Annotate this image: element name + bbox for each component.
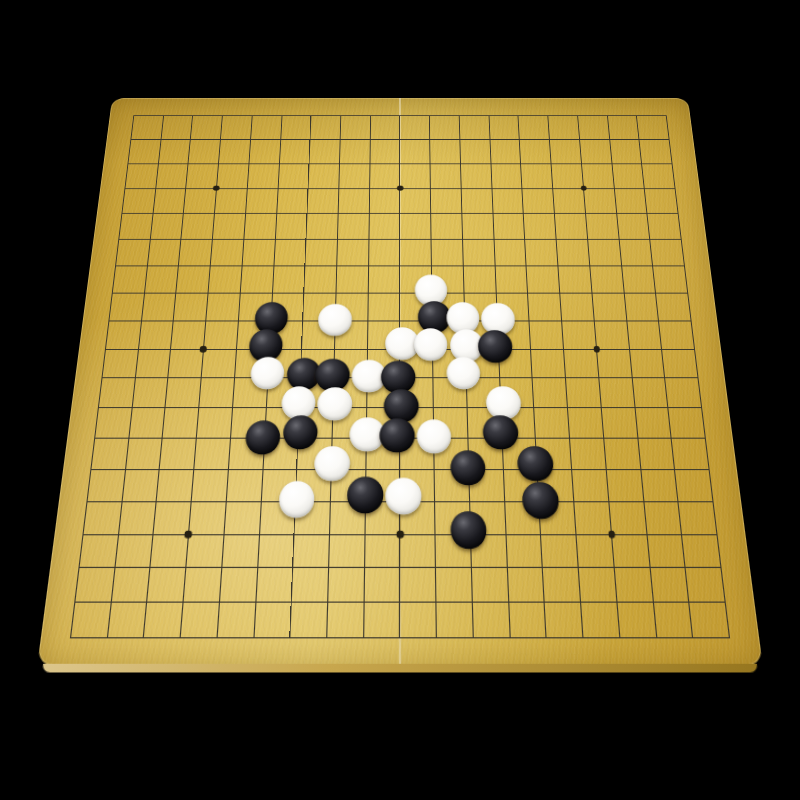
grid-cell — [575, 534, 613, 568]
grid-cell — [336, 265, 368, 292]
grid-cell — [110, 567, 149, 601]
grid-cell — [520, 163, 552, 188]
grid-cell — [130, 115, 162, 139]
grid-cell — [128, 139, 161, 163]
grid-cell — [587, 239, 621, 265]
grid-cell — [152, 188, 185, 213]
grid-cell — [649, 567, 688, 601]
grid-cell — [180, 602, 219, 637]
stone-white — [278, 481, 315, 517]
grid-cell — [253, 602, 291, 637]
grid-cell — [578, 567, 616, 601]
grid-cell — [276, 188, 308, 213]
grid-cell — [594, 320, 629, 348]
grid-cell — [640, 469, 678, 501]
grid-cell — [369, 163, 400, 188]
stone-black — [517, 446, 554, 481]
grid-cell — [681, 534, 720, 568]
photo-scene — [0, 0, 800, 800]
grid-cell — [306, 213, 338, 239]
grid-cell — [105, 320, 141, 348]
grid-cell — [547, 115, 578, 139]
star-point — [580, 185, 587, 190]
stone-black — [347, 477, 383, 513]
grid-cell — [589, 265, 623, 292]
grid-cell — [340, 115, 370, 139]
grid-cell — [460, 163, 491, 188]
grid-cell — [494, 265, 527, 292]
stone-black — [245, 420, 282, 455]
stone-white — [416, 419, 451, 454]
grid-cell — [183, 567, 221, 601]
stone-white — [314, 446, 350, 481]
stone-black — [282, 415, 318, 449]
grid-cell — [430, 213, 462, 239]
grid-cell — [618, 239, 652, 265]
grid-cell — [74, 567, 114, 601]
grid-cell — [569, 438, 605, 469]
grid-cell — [400, 213, 431, 239]
grid-cell — [153, 501, 191, 534]
grid-cell — [125, 438, 162, 469]
grid-cell — [671, 438, 709, 469]
grid-cell — [240, 265, 273, 292]
grid-cell — [616, 213, 650, 239]
grid-cell — [368, 265, 400, 292]
grid-cell — [461, 188, 493, 213]
grid-cell — [94, 407, 131, 437]
grid-cell — [339, 139, 370, 163]
star-point — [608, 531, 616, 538]
grid-cell — [170, 320, 205, 348]
grid-cell — [563, 349, 598, 378]
grid-cell — [603, 438, 640, 469]
grid-cell — [400, 139, 430, 163]
grid-cell — [636, 115, 668, 139]
grid-cell — [429, 115, 459, 139]
grid-cell — [70, 602, 110, 637]
grid-cell — [98, 378, 135, 408]
grid-cell — [245, 188, 277, 213]
grid-cell — [400, 239, 432, 265]
grid-cell — [220, 115, 251, 139]
grid-cell — [461, 213, 493, 239]
grid-cell — [524, 239, 557, 265]
grid-cell — [87, 469, 125, 501]
stone-black — [522, 483, 560, 519]
grid-cell — [561, 320, 596, 348]
grid-cell — [205, 293, 239, 321]
grid-cell — [216, 602, 255, 637]
grid-cell — [429, 139, 460, 163]
grid-cell — [644, 188, 678, 213]
grid-cell — [491, 188, 523, 213]
grid-cell — [400, 115, 430, 139]
star-point — [593, 346, 600, 352]
stone-white — [318, 304, 352, 335]
grid-cell — [523, 213, 556, 239]
grid-cell — [131, 378, 167, 408]
grid-cell — [626, 320, 661, 348]
grid-cell — [257, 534, 294, 568]
grid-cell — [533, 407, 569, 437]
grid-cell — [527, 293, 561, 321]
grid-cell — [554, 213, 587, 239]
stone-black — [450, 512, 487, 549]
go-board — [37, 98, 762, 665]
grid-cell — [307, 188, 339, 213]
grid-cell — [363, 602, 400, 637]
star-point — [396, 531, 403, 538]
grid-cell — [580, 602, 619, 637]
grid-cell — [208, 265, 242, 292]
grid-cell — [643, 501, 681, 534]
grid-cell — [280, 115, 311, 139]
grid-cell — [114, 534, 153, 568]
grid-cell — [176, 265, 210, 292]
grid-cell — [141, 293, 176, 321]
grid-cell — [529, 320, 563, 348]
grid-cell — [613, 188, 646, 213]
grid-cell — [210, 239, 243, 265]
grid-cell — [216, 163, 248, 188]
grid-cell — [368, 213, 399, 239]
grid-cell — [183, 188, 216, 213]
grid-cell — [583, 188, 616, 213]
grid-cell — [248, 139, 280, 163]
grid-cell — [551, 163, 583, 188]
grid-cell — [185, 534, 223, 568]
grid-cell — [118, 213, 152, 239]
grid-cell — [143, 602, 182, 637]
stone-white — [317, 387, 352, 421]
grid-cell — [631, 378, 667, 408]
grid-cell — [688, 602, 728, 637]
grid-cell — [160, 115, 192, 139]
grid-cell — [611, 163, 644, 188]
grid-cell — [305, 239, 337, 265]
grid-cell — [608, 501, 646, 534]
grid-cell — [158, 139, 191, 163]
grid-cell — [168, 349, 203, 378]
star-point — [213, 185, 220, 190]
grid-cell — [522, 188, 554, 213]
grid-cell — [336, 239, 368, 265]
grid-cell — [308, 163, 339, 188]
grid-cell — [567, 407, 603, 437]
grid-cell — [637, 438, 674, 469]
grid-cell — [658, 320, 694, 348]
grid-cell — [505, 534, 542, 568]
grid-cell — [581, 163, 614, 188]
grid-cell — [518, 115, 549, 139]
grid-cell — [304, 265, 337, 292]
grid-cell — [214, 188, 247, 213]
grid-cell — [255, 567, 293, 601]
star-point — [185, 531, 193, 538]
grid-cell — [459, 115, 490, 139]
grid-cell — [490, 163, 522, 188]
grid-cell — [273, 239, 306, 265]
grid-cell — [121, 188, 155, 213]
grid-cell — [605, 469, 642, 501]
grid-cell — [310, 115, 341, 139]
grid-cell — [193, 438, 229, 469]
stone-white — [446, 357, 481, 390]
grid-cell — [198, 378, 234, 408]
grid-cell — [277, 163, 309, 188]
grid-cell — [668, 407, 705, 437]
grid-cell — [150, 534, 188, 568]
grid-cell — [186, 163, 219, 188]
grid-cell — [369, 139, 399, 163]
grid-cell — [242, 239, 275, 265]
grid-cell — [221, 534, 258, 568]
grid-cell — [616, 602, 655, 637]
grid-cell — [367, 293, 399, 321]
grid-cell — [165, 378, 201, 408]
grid-cell — [218, 139, 250, 163]
grid-cell — [364, 534, 400, 568]
grid-cell — [196, 407, 232, 437]
grid-cell — [399, 602, 436, 637]
grid-cell — [188, 139, 220, 163]
grid-cell — [646, 534, 685, 568]
grid-cell — [223, 501, 260, 534]
grid-cell — [309, 139, 340, 163]
grid-cell — [338, 163, 369, 188]
grid-cell — [530, 349, 565, 378]
grid-cell — [435, 567, 472, 601]
grid-cell — [436, 602, 473, 637]
grid-cell — [508, 602, 546, 637]
grid-cell — [649, 239, 683, 265]
grid-cell — [558, 265, 592, 292]
grid-cell — [459, 139, 490, 163]
grid-cell — [128, 407, 165, 437]
grid-cell — [601, 407, 637, 437]
star-point — [397, 185, 403, 190]
grid-cell — [607, 115, 639, 139]
grid-cell — [83, 501, 122, 534]
grid-cell — [292, 534, 329, 568]
grid-cell — [577, 115, 609, 139]
grid-cell — [623, 293, 658, 321]
grid-cell — [526, 265, 559, 292]
grid-cell — [188, 501, 225, 534]
grid-cell — [492, 213, 524, 239]
grid-cell — [159, 438, 196, 469]
grid-cell — [156, 469, 193, 501]
grid-cell — [369, 188, 400, 213]
grid-cell — [326, 602, 363, 637]
grid-cell — [291, 567, 328, 601]
grid-cell — [363, 567, 399, 601]
grid-cell — [430, 188, 461, 213]
grid-cell — [571, 469, 608, 501]
grid-cell — [108, 293, 143, 321]
grid-cell — [621, 265, 656, 292]
grid-cell — [250, 115, 281, 139]
grid-cell — [338, 188, 369, 213]
grid-cell — [613, 567, 652, 601]
grid-cell — [652, 602, 692, 637]
grid-cell — [155, 163, 188, 188]
grid-cell — [532, 378, 567, 408]
grid-cell — [121, 469, 159, 501]
grid-cell — [368, 239, 400, 265]
grid-cell — [150, 213, 184, 239]
grid-cell — [611, 534, 649, 568]
grid-cell — [115, 239, 149, 265]
grid-cell — [190, 115, 222, 139]
grid-cell — [243, 213, 276, 239]
grid-cell — [173, 293, 208, 321]
grid-cell — [652, 265, 687, 292]
grid-cell — [519, 139, 551, 163]
grid-cell — [591, 293, 626, 321]
grid-cell — [125, 163, 158, 188]
grid-cell — [463, 265, 496, 292]
stone-black — [450, 450, 486, 485]
grid-cell — [135, 349, 171, 378]
grid-cell — [178, 239, 212, 265]
grid-cell — [661, 349, 697, 378]
grid-cell — [112, 265, 147, 292]
grid-cell — [493, 239, 526, 265]
grid-cell — [462, 239, 494, 265]
grid-cell — [400, 188, 431, 213]
grid-cell — [201, 349, 236, 378]
grid-cell — [678, 501, 717, 534]
grid-cell — [472, 602, 510, 637]
grid-cell — [162, 407, 198, 437]
grid-cell — [655, 293, 690, 321]
grid-cell — [107, 602, 147, 637]
grid-cell — [275, 213, 307, 239]
grid-cell — [400, 163, 431, 188]
stone-black — [483, 415, 519, 449]
star-point — [200, 346, 207, 352]
stone-white — [414, 328, 448, 360]
grid-cell — [540, 534, 577, 568]
grid-cell — [226, 469, 263, 501]
grid-cell — [290, 602, 328, 637]
grid-cell — [542, 567, 580, 601]
grid-cell — [337, 213, 369, 239]
grid-cell — [272, 265, 305, 292]
grid-cell — [191, 469, 228, 501]
grid-cell — [674, 469, 712, 501]
stone-white — [385, 478, 421, 514]
grid-cell — [144, 265, 179, 292]
grid-cell — [399, 534, 435, 568]
grid-cell — [219, 567, 257, 601]
grid-cell — [544, 602, 583, 637]
grid-cell — [147, 567, 186, 601]
grid-cell — [664, 378, 701, 408]
stone-black — [478, 330, 513, 362]
grid-cell — [579, 139, 611, 163]
grid-cell — [598, 378, 634, 408]
grid-cell — [203, 320, 238, 348]
grid-cell — [118, 501, 156, 534]
grid-cell — [609, 139, 641, 163]
grid-cell — [181, 213, 214, 239]
grid-cell — [565, 378, 600, 408]
grid-cell — [641, 163, 674, 188]
grid-cell — [596, 349, 631, 378]
grid-cell — [471, 567, 508, 601]
grid-cell — [147, 239, 181, 265]
grid-cell — [212, 213, 245, 239]
grid-cell — [552, 188, 585, 213]
grid-cell — [102, 349, 138, 378]
grid-cell — [549, 139, 581, 163]
grid-cell — [506, 567, 544, 601]
grid-cell — [647, 213, 681, 239]
grid-cell — [138, 320, 173, 348]
grid-cell — [90, 438, 128, 469]
stone-white — [250, 357, 286, 390]
grid-cell — [685, 567, 725, 601]
grid-cell — [328, 534, 364, 568]
grid-cell — [247, 163, 279, 188]
grid-cell — [279, 139, 310, 163]
grid-cell — [370, 115, 400, 139]
grid-cell — [488, 115, 519, 139]
grid-cell — [585, 213, 618, 239]
grid-cell — [399, 567, 435, 601]
grid-cell — [573, 501, 610, 534]
stone-black — [379, 418, 414, 453]
grid-cell — [559, 293, 593, 321]
grid-cell — [327, 567, 364, 601]
grid-cell — [79, 534, 118, 568]
grid-cell — [639, 139, 672, 163]
grid-cell — [489, 139, 520, 163]
grid-cell — [431, 239, 463, 265]
board-grid — [70, 115, 730, 638]
grid-cell — [556, 239, 589, 265]
grid-cell — [634, 407, 671, 437]
grid-cell — [629, 349, 665, 378]
grid-cell — [430, 163, 461, 188]
